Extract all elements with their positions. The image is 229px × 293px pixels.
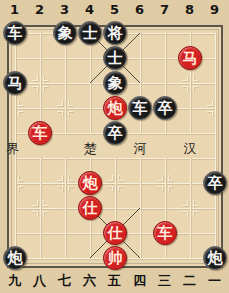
- piece-label: 将: [108, 26, 123, 41]
- piece-label: 炮: [8, 251, 23, 266]
- black-soldier[interactable]: 卒: [153, 96, 177, 120]
- piece-label: 炮: [83, 176, 98, 191]
- piece-label: 炮: [108, 101, 123, 116]
- piece-grid[interactable]: 车象士将士马马象炮车卒车卒炮卒仕仕车炮帅炮: [3, 21, 228, 271]
- piece-label: 仕: [108, 226, 123, 241]
- piece-label: 卒: [158, 101, 173, 116]
- black-advisor[interactable]: 士: [103, 46, 127, 70]
- piece-label: 象: [108, 76, 123, 91]
- red-chariot[interactable]: 车: [153, 221, 177, 245]
- red-horse[interactable]: 马: [178, 46, 202, 70]
- black-chariot[interactable]: 车: [128, 96, 152, 120]
- piece-label: 仕: [83, 201, 98, 216]
- piece-label: 卒: [108, 126, 123, 141]
- file-label: 八: [27, 273, 52, 289]
- file-label: 三: [152, 273, 177, 289]
- black-advisor[interactable]: 士: [78, 21, 102, 45]
- file-label: 四: [127, 273, 152, 289]
- black-horse[interactable]: 马: [3, 71, 27, 95]
- piece-label: 车: [8, 26, 23, 41]
- piece-label: 士: [108, 51, 123, 66]
- black-general[interactable]: 将: [103, 21, 127, 45]
- black-cannon[interactable]: 炮: [3, 246, 27, 270]
- red-general[interactable]: 帅: [103, 246, 127, 270]
- file-label: 二: [177, 273, 202, 289]
- piece-label: 士: [83, 26, 98, 41]
- red-cannon[interactable]: 炮: [103, 96, 127, 120]
- black-elephant[interactable]: 象: [53, 21, 77, 45]
- file-label: 五: [102, 273, 127, 289]
- piece-label: 车: [133, 101, 148, 116]
- black-elephant[interactable]: 象: [103, 71, 127, 95]
- piece-label: 炮: [208, 251, 223, 266]
- black-chariot[interactable]: 车: [3, 21, 27, 45]
- file-label: 六: [77, 273, 102, 289]
- black-soldier[interactable]: 卒: [103, 121, 127, 145]
- piece-label: 卒: [208, 176, 223, 191]
- file-label: 七: [52, 273, 77, 289]
- piece-label: 帅: [108, 251, 123, 266]
- xiangqi-app: 1 2 3 4 5 6 7 8 9 楚 河 汉 界 车象士将士马马象炮车卒车卒炮…: [0, 0, 229, 293]
- red-chariot[interactable]: 车: [28, 121, 52, 145]
- red-advisor[interactable]: 仕: [78, 196, 102, 220]
- piece-label: 车: [33, 126, 48, 141]
- red-advisor[interactable]: 仕: [103, 221, 127, 245]
- black-soldier[interactable]: 卒: [203, 171, 227, 195]
- piece-label: 车: [158, 226, 173, 241]
- bottom-coordinates: 九 八 七 六 五 四 三 二 一: [2, 273, 227, 289]
- piece-label: 马: [8, 76, 23, 91]
- file-label: 一: [202, 273, 227, 289]
- piece-label: 象: [58, 26, 73, 41]
- red-cannon[interactable]: 炮: [78, 171, 102, 195]
- file-label: 九: [2, 273, 27, 289]
- piece-label: 马: [183, 51, 198, 66]
- black-cannon[interactable]: 炮: [203, 246, 227, 270]
